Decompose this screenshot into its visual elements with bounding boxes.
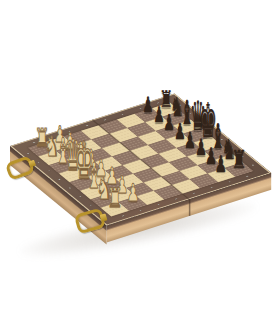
chess-set-product-photo: ♜♞♝♛♚♝♞♜♟♟♟♟♟♟♟♟♟♟♟♟♟♟♟♟♜♞♝♛♚♝♞♜ — [0, 0, 280, 320]
fold-seam-icon — [189, 199, 190, 216]
